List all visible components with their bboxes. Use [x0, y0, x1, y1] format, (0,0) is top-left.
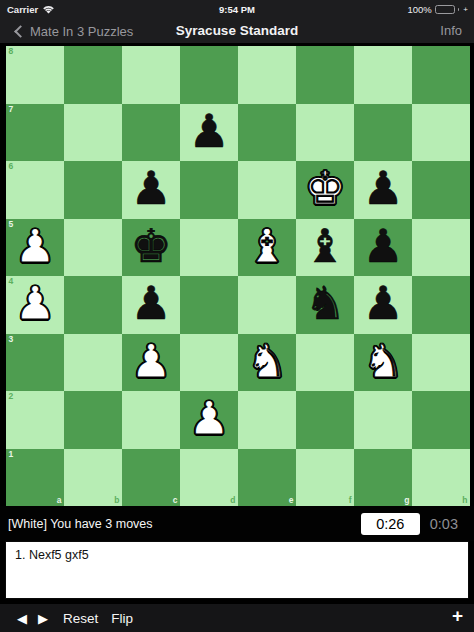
- square-c5[interactable]: ♚: [122, 219, 180, 277]
- square-d8[interactable]: [180, 46, 238, 104]
- square-e6[interactable]: [238, 161, 296, 219]
- square-b4[interactable]: [64, 276, 122, 334]
- square-g7[interactable]: [354, 104, 412, 162]
- square-e1[interactable]: e: [238, 449, 296, 507]
- white-bishop: ♝: [246, 223, 287, 269]
- white-king: ♚: [304, 165, 345, 211]
- battery-group: 100% +: [408, 4, 468, 15]
- square-f1[interactable]: f: [296, 449, 354, 507]
- next-move-button[interactable]: ▶: [38, 612, 48, 625]
- secondary-timer: 0:03: [430, 516, 458, 532]
- square-c4[interactable]: ♟: [122, 276, 180, 334]
- battery-percent-label: 100%: [408, 4, 432, 15]
- turn-info-bar: [White] You have 3 moves 0:26 0:03: [0, 506, 474, 541]
- add-button[interactable]: +: [452, 605, 463, 627]
- white-pawn: ♟: [188, 395, 229, 441]
- header: Carrier 9:54 PM 100% + Mat: [0, 0, 474, 43]
- back-button-label: Mate In 3 Puzzles: [30, 24, 133, 39]
- square-a4[interactable]: 4♟: [6, 276, 64, 334]
- black-king: ♚: [130, 223, 171, 269]
- square-c6[interactable]: ♟: [122, 161, 180, 219]
- square-h4[interactable]: [412, 276, 470, 334]
- nav-bar: Mate In 3 Puzzles Syracuse Standard Info: [0, 20, 474, 43]
- bottom-toolbar: ◀ ▶ Reset Flip +: [0, 604, 474, 632]
- square-e2[interactable]: [238, 391, 296, 449]
- rank-label-3: 3: [9, 335, 14, 344]
- black-knight: ♞: [304, 280, 345, 326]
- white-pawn: ♟: [14, 280, 55, 326]
- black-pawn: ♟: [188, 108, 229, 154]
- flip-button[interactable]: Flip: [111, 611, 133, 626]
- rank-label-5: 5: [9, 220, 14, 229]
- move-list-text: 1. Nexf5 gxf5: [6, 542, 468, 568]
- file-label-d: d: [230, 496, 235, 505]
- square-g6[interactable]: ♟: [354, 161, 412, 219]
- rank-label-8: 8: [9, 47, 14, 56]
- chevron-left-icon: [14, 25, 27, 38]
- charging-bolt-icon: +: [463, 6, 468, 14]
- square-d1[interactable]: d: [180, 449, 238, 507]
- file-label-f: f: [349, 496, 352, 505]
- square-g1[interactable]: g: [354, 449, 412, 507]
- square-e3[interactable]: ♞: [238, 334, 296, 392]
- square-h6[interactable]: [412, 161, 470, 219]
- black-pawn: ♟: [130, 165, 171, 211]
- square-g4[interactable]: ♟: [354, 276, 412, 334]
- square-d5[interactable]: [180, 219, 238, 277]
- chess-board[interactable]: 87♟6♟♚♟5♟♚♝♝♟4♟♟♞♟3♟♞♞2♟1abcdefgh: [6, 46, 470, 506]
- square-h7[interactable]: [412, 104, 470, 162]
- status-bar: Carrier 9:54 PM 100% +: [0, 0, 474, 20]
- square-d3[interactable]: [180, 334, 238, 392]
- active-timer: 0:26: [361, 513, 420, 535]
- square-e5[interactable]: ♝: [238, 219, 296, 277]
- square-h8[interactable]: [412, 46, 470, 104]
- back-button[interactable]: Mate In 3 Puzzles: [16, 20, 133, 43]
- square-a1[interactable]: 1a: [6, 449, 64, 507]
- square-c7[interactable]: [122, 104, 180, 162]
- square-f2[interactable]: [296, 391, 354, 449]
- square-a8[interactable]: 8: [6, 46, 64, 104]
- square-b6[interactable]: [64, 161, 122, 219]
- black-pawn: ♟: [362, 223, 403, 269]
- square-d6[interactable]: [180, 161, 238, 219]
- file-label-a: a: [57, 496, 62, 505]
- square-c8[interactable]: [122, 46, 180, 104]
- square-b2[interactable]: [64, 391, 122, 449]
- file-label-b: b: [114, 496, 119, 505]
- app-window: Carrier 9:54 PM 100% + Mat: [0, 0, 474, 632]
- rank-label-4: 4: [9, 277, 14, 286]
- square-a5[interactable]: 5♟: [6, 219, 64, 277]
- turn-message: [White] You have 3 moves: [8, 517, 361, 531]
- square-b7[interactable]: [64, 104, 122, 162]
- square-d4[interactable]: [180, 276, 238, 334]
- square-a2[interactable]: 2: [6, 391, 64, 449]
- square-f4[interactable]: ♞: [296, 276, 354, 334]
- white-pawn: ♟: [14, 223, 55, 269]
- square-h1[interactable]: h: [412, 449, 470, 507]
- square-h2[interactable]: [412, 391, 470, 449]
- black-bishop: ♝: [304, 223, 345, 269]
- file-label-c: c: [173, 496, 178, 505]
- file-label-g: g: [404, 496, 409, 505]
- square-f5[interactable]: ♝: [296, 219, 354, 277]
- square-d2[interactable]: ♟: [180, 391, 238, 449]
- square-c2[interactable]: [122, 391, 180, 449]
- square-b8[interactable]: [64, 46, 122, 104]
- square-h5[interactable]: [412, 219, 470, 277]
- square-a7[interactable]: 7: [6, 104, 64, 162]
- square-c1[interactable]: c: [122, 449, 180, 507]
- black-pawn: ♟: [362, 165, 403, 211]
- move-list-panel[interactable]: 1. Nexf5 gxf5: [5, 541, 469, 599]
- previous-move-button[interactable]: ◀: [17, 612, 27, 625]
- white-pawn: ♟: [130, 338, 171, 384]
- square-b5[interactable]: [64, 219, 122, 277]
- rank-label-1: 1: [9, 450, 14, 459]
- black-pawn: ♟: [362, 280, 403, 326]
- square-g5[interactable]: ♟: [354, 219, 412, 277]
- rank-label-2: 2: [9, 392, 14, 401]
- square-a3[interactable]: 3: [6, 334, 64, 392]
- square-f8[interactable]: [296, 46, 354, 104]
- square-g2[interactable]: [354, 391, 412, 449]
- battery-icon: [435, 5, 455, 14]
- battery-tip: [458, 8, 460, 12]
- square-c3[interactable]: ♟: [122, 334, 180, 392]
- square-b1[interactable]: b: [64, 449, 122, 507]
- square-f7[interactable]: [296, 104, 354, 162]
- status-clock: 9:54 PM: [0, 4, 474, 15]
- info-button[interactable]: Info: [440, 20, 462, 43]
- square-f3[interactable]: [296, 334, 354, 392]
- file-label-e: e: [289, 496, 294, 505]
- square-h3[interactable]: [412, 334, 470, 392]
- file-label-h: h: [462, 496, 467, 505]
- square-f6[interactable]: ♚: [296, 161, 354, 219]
- black-pawn: ♟: [130, 280, 171, 326]
- rank-label-6: 6: [9, 162, 14, 171]
- square-d7[interactable]: ♟: [180, 104, 238, 162]
- square-a6[interactable]: 6: [6, 161, 64, 219]
- square-g8[interactable]: [354, 46, 412, 104]
- square-e7[interactable]: [238, 104, 296, 162]
- square-e4[interactable]: [238, 276, 296, 334]
- rank-label-7: 7: [9, 105, 14, 114]
- reset-button[interactable]: Reset: [63, 611, 98, 626]
- square-g3[interactable]: ♞: [354, 334, 412, 392]
- white-knight: ♞: [246, 338, 287, 384]
- square-e8[interactable]: [238, 46, 296, 104]
- square-b3[interactable]: [64, 334, 122, 392]
- white-knight: ♞: [362, 338, 403, 384]
